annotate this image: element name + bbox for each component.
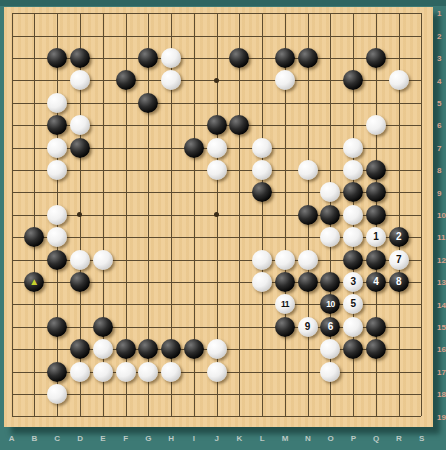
intersection-F14[interactable] [114, 293, 137, 315]
intersection-L1[interactable] [251, 2, 274, 24]
intersection-P3[interactable] [342, 47, 365, 69]
intersection-F5[interactable] [114, 92, 137, 114]
intersection-H16[interactable] [160, 338, 183, 360]
intersection-I19[interactable] [182, 405, 205, 427]
intersection-C17[interactable] [46, 360, 69, 382]
intersection-S16[interactable] [410, 338, 433, 360]
intersection-B9[interactable] [23, 181, 46, 203]
intersection-B8[interactable] [23, 159, 46, 181]
intersection-O5[interactable] [319, 92, 342, 114]
intersection-F13[interactable] [114, 271, 137, 293]
intersection-J10[interactable] [205, 204, 228, 226]
intersection-L18[interactable] [251, 383, 274, 405]
intersection-P13[interactable]: 3 [342, 271, 365, 293]
intersection-K15[interactable] [228, 316, 251, 338]
intersection-L19[interactable] [251, 405, 274, 427]
intersection-S1[interactable] [410, 2, 433, 24]
intersection-L9[interactable] [251, 181, 274, 203]
intersection-I12[interactable] [182, 248, 205, 270]
intersection-C18[interactable] [46, 383, 69, 405]
intersection-A6[interactable] [0, 114, 23, 136]
intersection-G6[interactable] [137, 114, 160, 136]
intersection-P10[interactable] [342, 204, 365, 226]
intersection-M6[interactable] [274, 114, 297, 136]
intersection-B18[interactable] [23, 383, 46, 405]
intersection-I13[interactable] [182, 271, 205, 293]
intersection-M14[interactable]: 11 [274, 293, 297, 315]
intersection-E5[interactable] [91, 92, 114, 114]
intersection-Q19[interactable] [365, 405, 388, 427]
intersection-L17[interactable] [251, 360, 274, 382]
intersection-C3[interactable] [46, 47, 69, 69]
intersection-Q8[interactable] [365, 159, 388, 181]
intersection-G13[interactable] [137, 271, 160, 293]
intersection-N2[interactable] [296, 25, 319, 47]
intersection-C13[interactable] [46, 271, 69, 293]
intersection-D3[interactable] [69, 47, 92, 69]
intersection-O15[interactable]: 6 [319, 316, 342, 338]
intersection-G16[interactable] [137, 338, 160, 360]
intersection-Q5[interactable] [365, 92, 388, 114]
intersection-S4[interactable] [410, 69, 433, 91]
intersection-P17[interactable] [342, 360, 365, 382]
intersection-O18[interactable] [319, 383, 342, 405]
intersection-N5[interactable] [296, 92, 319, 114]
intersection-D10[interactable] [69, 204, 92, 226]
intersection-R5[interactable] [387, 92, 410, 114]
intersection-S17[interactable] [410, 360, 433, 382]
go-board[interactable]: 127▲3481110596 [4, 7, 433, 427]
intersection-N13[interactable] [296, 271, 319, 293]
intersection-D18[interactable] [69, 383, 92, 405]
intersection-C7[interactable] [46, 136, 69, 158]
intersection-Q6[interactable] [365, 114, 388, 136]
intersection-N8[interactable] [296, 159, 319, 181]
intersection-F9[interactable] [114, 181, 137, 203]
intersection-Q2[interactable] [365, 25, 388, 47]
intersection-F19[interactable] [114, 405, 137, 427]
intersection-L8[interactable] [251, 159, 274, 181]
intersection-E4[interactable] [91, 69, 114, 91]
intersection-A8[interactable] [0, 159, 23, 181]
intersection-G8[interactable] [137, 159, 160, 181]
intersection-C5[interactable] [46, 92, 69, 114]
intersection-N11[interactable] [296, 226, 319, 248]
intersection-M2[interactable] [274, 25, 297, 47]
intersection-J4[interactable] [205, 69, 228, 91]
intersection-J12[interactable] [205, 248, 228, 270]
intersection-Q13[interactable]: 4 [365, 271, 388, 293]
intersection-I5[interactable] [182, 92, 205, 114]
intersection-J7[interactable] [205, 136, 228, 158]
intersection-F11[interactable] [114, 226, 137, 248]
intersection-J5[interactable] [205, 92, 228, 114]
intersection-J1[interactable] [205, 2, 228, 24]
intersection-K5[interactable] [228, 92, 251, 114]
intersection-B5[interactable] [23, 92, 46, 114]
intersection-J9[interactable] [205, 181, 228, 203]
intersection-J8[interactable] [205, 159, 228, 181]
intersection-C19[interactable] [46, 405, 69, 427]
intersection-F16[interactable] [114, 338, 137, 360]
intersection-D4[interactable] [69, 69, 92, 91]
intersection-F1[interactable] [114, 2, 137, 24]
intersection-L13[interactable] [251, 271, 274, 293]
intersection-D12[interactable] [69, 248, 92, 270]
intersection-E19[interactable] [91, 405, 114, 427]
intersection-P16[interactable] [342, 338, 365, 360]
intersection-O7[interactable] [319, 136, 342, 158]
intersection-R1[interactable] [387, 2, 410, 24]
intersection-L5[interactable] [251, 92, 274, 114]
intersection-R3[interactable] [387, 47, 410, 69]
intersection-K4[interactable] [228, 69, 251, 91]
intersection-P8[interactable] [342, 159, 365, 181]
intersection-K2[interactable] [228, 25, 251, 47]
intersection-E14[interactable] [91, 293, 114, 315]
intersection-Q4[interactable] [365, 69, 388, 91]
intersection-A9[interactable] [0, 181, 23, 203]
intersection-G9[interactable] [137, 181, 160, 203]
intersection-O11[interactable] [319, 226, 342, 248]
intersection-O16[interactable] [319, 338, 342, 360]
intersection-E13[interactable] [91, 271, 114, 293]
intersection-K19[interactable] [228, 405, 251, 427]
intersection-C6[interactable] [46, 114, 69, 136]
intersection-N18[interactable] [296, 383, 319, 405]
intersection-L10[interactable] [251, 204, 274, 226]
intersection-M17[interactable] [274, 360, 297, 382]
intersection-J18[interactable] [205, 383, 228, 405]
intersection-L6[interactable] [251, 114, 274, 136]
intersection-O17[interactable] [319, 360, 342, 382]
intersection-N15[interactable]: 9 [296, 316, 319, 338]
intersection-S8[interactable] [410, 159, 433, 181]
intersection-A16[interactable] [0, 338, 23, 360]
intersection-F4[interactable] [114, 69, 137, 91]
intersection-K17[interactable] [228, 360, 251, 382]
intersection-R6[interactable] [387, 114, 410, 136]
intersection-N9[interactable] [296, 181, 319, 203]
intersection-H5[interactable] [160, 92, 183, 114]
intersection-Q16[interactable] [365, 338, 388, 360]
intersection-R4[interactable] [387, 69, 410, 91]
intersection-Q11[interactable]: 1 [365, 226, 388, 248]
intersection-N17[interactable] [296, 360, 319, 382]
intersection-O8[interactable] [319, 159, 342, 181]
intersection-P14[interactable]: 5 [342, 293, 365, 315]
intersection-O9[interactable] [319, 181, 342, 203]
intersection-I18[interactable] [182, 383, 205, 405]
intersection-P2[interactable] [342, 25, 365, 47]
intersection-K11[interactable] [228, 226, 251, 248]
intersection-P4[interactable] [342, 69, 365, 91]
intersection-D9[interactable] [69, 181, 92, 203]
intersection-R19[interactable] [387, 405, 410, 427]
intersection-E6[interactable] [91, 114, 114, 136]
intersection-M10[interactable] [274, 204, 297, 226]
intersection-L2[interactable] [251, 25, 274, 47]
intersection-D2[interactable] [69, 25, 92, 47]
intersection-A10[interactable] [0, 204, 23, 226]
intersection-J11[interactable] [205, 226, 228, 248]
intersection-E3[interactable] [91, 47, 114, 69]
intersection-J17[interactable] [205, 360, 228, 382]
intersection-S13[interactable] [410, 271, 433, 293]
intersection-O13[interactable] [319, 271, 342, 293]
intersection-S12[interactable] [410, 248, 433, 270]
intersection-F17[interactable] [114, 360, 137, 382]
intersection-A4[interactable] [0, 69, 23, 91]
intersection-B15[interactable] [23, 316, 46, 338]
intersection-I9[interactable] [182, 181, 205, 203]
intersection-C2[interactable] [46, 25, 69, 47]
intersection-K14[interactable] [228, 293, 251, 315]
intersection-B2[interactable] [23, 25, 46, 47]
intersection-R16[interactable] [387, 338, 410, 360]
intersection-A12[interactable] [0, 248, 23, 270]
intersection-J13[interactable] [205, 271, 228, 293]
intersection-O6[interactable] [319, 114, 342, 136]
intersection-D14[interactable] [69, 293, 92, 315]
intersection-C15[interactable] [46, 316, 69, 338]
intersection-H18[interactable] [160, 383, 183, 405]
intersection-L15[interactable] [251, 316, 274, 338]
intersection-D6[interactable] [69, 114, 92, 136]
intersection-Q17[interactable] [365, 360, 388, 382]
intersection-A14[interactable] [0, 293, 23, 315]
intersection-P11[interactable] [342, 226, 365, 248]
intersection-N10[interactable] [296, 204, 319, 226]
intersection-M11[interactable] [274, 226, 297, 248]
intersection-N14[interactable] [296, 293, 319, 315]
intersection-N6[interactable] [296, 114, 319, 136]
intersection-A11[interactable] [0, 226, 23, 248]
intersection-M3[interactable] [274, 47, 297, 69]
intersection-S10[interactable] [410, 204, 433, 226]
intersection-K3[interactable] [228, 47, 251, 69]
intersection-G12[interactable] [137, 248, 160, 270]
intersection-A17[interactable] [0, 360, 23, 382]
intersection-I8[interactable] [182, 159, 205, 181]
intersection-I2[interactable] [182, 25, 205, 47]
intersection-A1[interactable] [0, 2, 23, 24]
intersection-C10[interactable] [46, 204, 69, 226]
intersection-A19[interactable] [0, 405, 23, 427]
intersection-B12[interactable] [23, 248, 46, 270]
intersection-R10[interactable] [387, 204, 410, 226]
intersection-H8[interactable] [160, 159, 183, 181]
intersection-Q7[interactable] [365, 136, 388, 158]
intersection-P15[interactable] [342, 316, 365, 338]
intersection-O14[interactable]: 10 [319, 293, 342, 315]
intersection-J6[interactable] [205, 114, 228, 136]
intersection-K8[interactable] [228, 159, 251, 181]
intersection-I4[interactable] [182, 69, 205, 91]
intersection-R17[interactable] [387, 360, 410, 382]
intersection-G19[interactable] [137, 405, 160, 427]
intersection-G7[interactable] [137, 136, 160, 158]
intersection-C4[interactable] [46, 69, 69, 91]
intersection-B1[interactable] [23, 2, 46, 24]
intersection-O1[interactable] [319, 2, 342, 24]
intersection-I16[interactable] [182, 338, 205, 360]
intersection-E18[interactable] [91, 383, 114, 405]
intersection-M18[interactable] [274, 383, 297, 405]
intersection-R14[interactable] [387, 293, 410, 315]
intersection-H14[interactable] [160, 293, 183, 315]
intersection-E1[interactable] [91, 2, 114, 24]
intersection-D19[interactable] [69, 405, 92, 427]
intersection-M12[interactable] [274, 248, 297, 270]
intersection-I17[interactable] [182, 360, 205, 382]
intersection-Q10[interactable] [365, 204, 388, 226]
intersection-M15[interactable] [274, 316, 297, 338]
intersection-P9[interactable] [342, 181, 365, 203]
intersection-K9[interactable] [228, 181, 251, 203]
intersection-F15[interactable] [114, 316, 137, 338]
intersection-H19[interactable] [160, 405, 183, 427]
intersection-I6[interactable] [182, 114, 205, 136]
intersection-H4[interactable] [160, 69, 183, 91]
intersection-G4[interactable] [137, 69, 160, 91]
intersection-N16[interactable] [296, 338, 319, 360]
intersection-L16[interactable] [251, 338, 274, 360]
intersection-A13[interactable] [0, 271, 23, 293]
intersection-J15[interactable] [205, 316, 228, 338]
intersection-L4[interactable] [251, 69, 274, 91]
intersection-S9[interactable] [410, 181, 433, 203]
intersection-G14[interactable] [137, 293, 160, 315]
intersection-K1[interactable] [228, 2, 251, 24]
intersection-C16[interactable] [46, 338, 69, 360]
intersection-N4[interactable] [296, 69, 319, 91]
intersection-E7[interactable] [91, 136, 114, 158]
intersection-D1[interactable] [69, 2, 92, 24]
intersection-O10[interactable] [319, 204, 342, 226]
intersection-C14[interactable] [46, 293, 69, 315]
intersection-S15[interactable] [410, 316, 433, 338]
intersection-K7[interactable] [228, 136, 251, 158]
intersection-N3[interactable] [296, 47, 319, 69]
intersection-H3[interactable] [160, 47, 183, 69]
intersection-H10[interactable] [160, 204, 183, 226]
intersection-D7[interactable] [69, 136, 92, 158]
intersection-P1[interactable] [342, 2, 365, 24]
intersection-K13[interactable] [228, 271, 251, 293]
intersection-M8[interactable] [274, 159, 297, 181]
intersection-C9[interactable] [46, 181, 69, 203]
intersection-O2[interactable] [319, 25, 342, 47]
intersection-E2[interactable] [91, 25, 114, 47]
intersection-J3[interactable] [205, 47, 228, 69]
intersection-E10[interactable] [91, 204, 114, 226]
intersection-M16[interactable] [274, 338, 297, 360]
intersection-R15[interactable] [387, 316, 410, 338]
intersection-N1[interactable] [296, 2, 319, 24]
intersection-H1[interactable] [160, 2, 183, 24]
intersection-N19[interactable] [296, 405, 319, 427]
intersection-R11[interactable]: 2 [387, 226, 410, 248]
intersection-F8[interactable] [114, 159, 137, 181]
intersection-R13[interactable]: 8 [387, 271, 410, 293]
intersection-E9[interactable] [91, 181, 114, 203]
intersection-J16[interactable] [205, 338, 228, 360]
intersection-K6[interactable] [228, 114, 251, 136]
intersection-F10[interactable] [114, 204, 137, 226]
intersection-R12[interactable]: 7 [387, 248, 410, 270]
intersection-I1[interactable] [182, 2, 205, 24]
intersection-A7[interactable] [0, 136, 23, 158]
intersection-A5[interactable] [0, 92, 23, 114]
intersection-J14[interactable] [205, 293, 228, 315]
intersection-L3[interactable] [251, 47, 274, 69]
intersection-B13[interactable]: ▲ [23, 271, 46, 293]
intersection-S18[interactable] [410, 383, 433, 405]
intersection-K10[interactable] [228, 204, 251, 226]
intersection-Q12[interactable] [365, 248, 388, 270]
intersection-B14[interactable] [23, 293, 46, 315]
intersection-M1[interactable] [274, 2, 297, 24]
intersection-C12[interactable] [46, 248, 69, 270]
intersection-H13[interactable] [160, 271, 183, 293]
intersection-I10[interactable] [182, 204, 205, 226]
intersection-S5[interactable] [410, 92, 433, 114]
intersection-J2[interactable] [205, 25, 228, 47]
intersection-O4[interactable] [319, 69, 342, 91]
intersection-P18[interactable] [342, 383, 365, 405]
intersection-P5[interactable] [342, 92, 365, 114]
intersection-L11[interactable] [251, 226, 274, 248]
intersection-A18[interactable] [0, 383, 23, 405]
intersection-S2[interactable] [410, 25, 433, 47]
intersection-O19[interactable] [319, 405, 342, 427]
intersection-E16[interactable] [91, 338, 114, 360]
intersection-G11[interactable] [137, 226, 160, 248]
intersection-K16[interactable] [228, 338, 251, 360]
intersection-B7[interactable] [23, 136, 46, 158]
intersection-B17[interactable] [23, 360, 46, 382]
intersection-L12[interactable] [251, 248, 274, 270]
intersection-D16[interactable] [69, 338, 92, 360]
intersection-C11[interactable] [46, 226, 69, 248]
intersection-R7[interactable] [387, 136, 410, 158]
intersection-G15[interactable] [137, 316, 160, 338]
intersection-S14[interactable] [410, 293, 433, 315]
intersection-D11[interactable] [69, 226, 92, 248]
intersection-N7[interactable] [296, 136, 319, 158]
intersection-I14[interactable] [182, 293, 205, 315]
intersection-L7[interactable] [251, 136, 274, 158]
intersection-B4[interactable] [23, 69, 46, 91]
intersection-A2[interactable] [0, 25, 23, 47]
intersection-M4[interactable] [274, 69, 297, 91]
intersection-Q15[interactable] [365, 316, 388, 338]
intersection-I11[interactable] [182, 226, 205, 248]
intersection-E12[interactable] [91, 248, 114, 270]
intersection-F7[interactable] [114, 136, 137, 158]
intersection-Q1[interactable] [365, 2, 388, 24]
intersection-D8[interactable] [69, 159, 92, 181]
intersection-G1[interactable] [137, 2, 160, 24]
intersection-F3[interactable] [114, 47, 137, 69]
intersection-M9[interactable] [274, 181, 297, 203]
intersection-P19[interactable] [342, 405, 365, 427]
intersection-F18[interactable] [114, 383, 137, 405]
intersection-G5[interactable] [137, 92, 160, 114]
intersection-B10[interactable] [23, 204, 46, 226]
intersection-Q14[interactable] [365, 293, 388, 315]
